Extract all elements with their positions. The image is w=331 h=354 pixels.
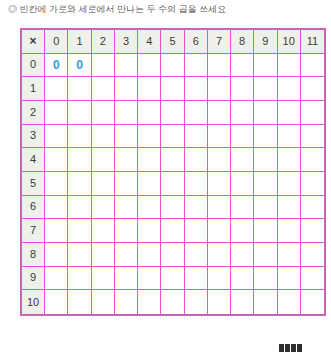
cell-r10-c0[interactable] xyxy=(45,290,68,314)
cell-r6-c10[interactable] xyxy=(278,196,301,220)
col-header-0: 0 xyxy=(45,30,68,54)
cell-r3-c11[interactable] xyxy=(301,125,324,149)
cell-r6-c3[interactable] xyxy=(115,196,138,220)
cell-r3-c8[interactable] xyxy=(231,125,254,149)
cell-r2-c4[interactable] xyxy=(138,101,161,125)
cell-r4-c5[interactable] xyxy=(161,148,184,172)
cell-r9-c11[interactable] xyxy=(301,267,324,291)
cell-r5-c2[interactable] xyxy=(92,172,115,196)
cell-r2-c9[interactable] xyxy=(254,101,277,125)
worksheet-page: ◎ 빈칸에 가로와 세로에서 만나는 두 수의 곱을 쓰세요 ×01234567… xyxy=(0,0,331,354)
cell-r10-c2[interactable] xyxy=(92,290,115,314)
cell-r7-c2[interactable] xyxy=(92,219,115,243)
cell-r0-c5[interactable] xyxy=(161,54,184,78)
cell-r6-c2[interactable] xyxy=(92,196,115,220)
row-header-3: 3 xyxy=(22,125,45,149)
col-header-10: 10 xyxy=(278,30,301,54)
cell-r4-c2[interactable] xyxy=(92,148,115,172)
cell-r0-c1[interactable]: 0 xyxy=(68,54,91,78)
cell-r1-c3[interactable] xyxy=(115,77,138,101)
cell-r8-c6[interactable] xyxy=(185,243,208,267)
col-header-4: 4 xyxy=(138,30,161,54)
cell-r10-c4[interactable] xyxy=(138,290,161,314)
cell-r1-c2[interactable] xyxy=(92,77,115,101)
cell-r1-c9[interactable] xyxy=(254,77,277,101)
cell-r5-c9[interactable] xyxy=(254,172,277,196)
cell-r3-c5[interactable] xyxy=(161,125,184,149)
cell-r4-c11[interactable] xyxy=(301,148,324,172)
cell-r4-c8[interactable] xyxy=(231,148,254,172)
watermark-block xyxy=(285,344,290,352)
cell-r9-c5[interactable] xyxy=(161,267,184,291)
cell-r8-c8[interactable] xyxy=(231,243,254,267)
cell-r1-c11[interactable] xyxy=(301,77,324,101)
cell-r10-c10[interactable] xyxy=(278,290,301,314)
cell-r0-c3[interactable] xyxy=(115,54,138,78)
cell-r1-c7[interactable] xyxy=(208,77,231,101)
cell-r7-c11[interactable] xyxy=(301,219,324,243)
cell-r4-c9[interactable] xyxy=(254,148,277,172)
cell-r1-c10[interactable] xyxy=(278,77,301,101)
cell-r10-c8[interactable] xyxy=(231,290,254,314)
cell-r6-c5[interactable] xyxy=(161,196,184,220)
cell-r7-c6[interactable] xyxy=(185,219,208,243)
col-header-5: 5 xyxy=(161,30,184,54)
cell-r2-c3[interactable] xyxy=(115,101,138,125)
cell-r3-c10[interactable] xyxy=(278,125,301,149)
cell-r3-c1[interactable] xyxy=(68,125,91,149)
cell-r4-c3[interactable] xyxy=(115,148,138,172)
row-header-10: 10 xyxy=(22,290,45,314)
cell-r0-c11[interactable] xyxy=(301,54,324,78)
cell-r8-c3[interactable] xyxy=(115,243,138,267)
cell-r3-c6[interactable] xyxy=(185,125,208,149)
watermark-logo xyxy=(279,344,302,352)
cell-r3-c9[interactable] xyxy=(254,125,277,149)
cell-r2-c5[interactable] xyxy=(161,101,184,125)
col-header-9: 9 xyxy=(254,30,277,54)
cell-r2-c11[interactable] xyxy=(301,101,324,125)
cell-r6-c8[interactable] xyxy=(231,196,254,220)
multiplication-board: ×0123456789101100012345678910 xyxy=(20,28,326,316)
cell-r10-c3[interactable] xyxy=(115,290,138,314)
cell-r3-c0[interactable] xyxy=(45,125,68,149)
cell-r5-c0[interactable] xyxy=(45,172,68,196)
cell-r1-c5[interactable] xyxy=(161,77,184,101)
cell-r6-c0[interactable] xyxy=(45,196,68,220)
cell-r0-c0[interactable]: 0 xyxy=(45,54,68,78)
watermark-block xyxy=(291,344,296,352)
cell-r0-c10[interactable] xyxy=(278,54,301,78)
cell-r7-c1[interactable] xyxy=(68,219,91,243)
cell-r3-c4[interactable] xyxy=(138,125,161,149)
cell-r6-c7[interactable] xyxy=(208,196,231,220)
cell-r9-c8[interactable] xyxy=(231,267,254,291)
cell-r0-c2[interactable] xyxy=(92,54,115,78)
cell-r5-c6[interactable] xyxy=(185,172,208,196)
cell-r9-c9[interactable] xyxy=(254,267,277,291)
cell-r3-c7[interactable] xyxy=(208,125,231,149)
cell-r2-c0[interactable] xyxy=(45,101,68,125)
row-header-2: 2 xyxy=(22,101,45,125)
cell-r7-c4[interactable] xyxy=(138,219,161,243)
worksheet-title: ◎ 빈칸에 가로와 세로에서 만나는 두 수의 곱을 쓰세요 xyxy=(8,3,226,16)
cell-r8-c2[interactable] xyxy=(92,243,115,267)
col-header-7: 7 xyxy=(208,30,231,54)
cell-r6-c9[interactable] xyxy=(254,196,277,220)
cell-r10-c7[interactable] xyxy=(208,290,231,314)
cell-r9-c3[interactable] xyxy=(115,267,138,291)
row-header-4: 4 xyxy=(22,148,45,172)
row-header-8: 8 xyxy=(22,243,45,267)
cell-r0-c4[interactable] xyxy=(138,54,161,78)
row-header-9: 9 xyxy=(22,267,45,291)
cell-r8-c9[interactable] xyxy=(254,243,277,267)
row-header-7: 7 xyxy=(22,219,45,243)
cell-r1-c1[interactable] xyxy=(68,77,91,101)
watermark-block xyxy=(297,344,302,352)
cell-r4-c6[interactable] xyxy=(185,148,208,172)
cell-r5-c7[interactable] xyxy=(208,172,231,196)
row-header-1: 1 xyxy=(22,77,45,101)
cell-r5-c4[interactable] xyxy=(138,172,161,196)
cell-r9-c0[interactable] xyxy=(45,267,68,291)
cell-r5-c8[interactable] xyxy=(231,172,254,196)
row-header-0: 0 xyxy=(22,54,45,78)
cell-r9-c2[interactable] xyxy=(92,267,115,291)
cell-r3-c2[interactable] xyxy=(92,125,115,149)
col-header-6: 6 xyxy=(185,30,208,54)
cell-r0-c7[interactable] xyxy=(208,54,231,78)
cell-r10-c6[interactable] xyxy=(185,290,208,314)
col-header-11: 11 xyxy=(301,30,324,54)
cell-r5-c5[interactable] xyxy=(161,172,184,196)
cell-r10-c11[interactable] xyxy=(301,290,324,314)
cell-r7-c8[interactable] xyxy=(231,219,254,243)
cell-r7-c3[interactable] xyxy=(115,219,138,243)
cell-r1-c6[interactable] xyxy=(185,77,208,101)
cell-r2-c1[interactable] xyxy=(68,101,91,125)
cell-r1-c0[interactable] xyxy=(45,77,68,101)
cell-r10-c9[interactable] xyxy=(254,290,277,314)
cell-r0-c8[interactable] xyxy=(231,54,254,78)
col-header-8: 8 xyxy=(231,30,254,54)
cell-r0-c9[interactable] xyxy=(254,54,277,78)
cell-r10-c1[interactable] xyxy=(68,290,91,314)
cell-r1-c4[interactable] xyxy=(138,77,161,101)
cell-r3-c3[interactable] xyxy=(115,125,138,149)
cell-r6-c6[interactable] xyxy=(185,196,208,220)
cell-r5-c11[interactable] xyxy=(301,172,324,196)
cell-r7-c7[interactable] xyxy=(208,219,231,243)
cell-r2-c6[interactable] xyxy=(185,101,208,125)
cell-r9-c10[interactable] xyxy=(278,267,301,291)
watermark-block xyxy=(279,344,284,352)
cell-r9-c4[interactable] xyxy=(138,267,161,291)
cell-r2-c10[interactable] xyxy=(278,101,301,125)
cell-r8-c1[interactable] xyxy=(68,243,91,267)
cell-r10-c5[interactable] xyxy=(161,290,184,314)
cell-r1-c8[interactable] xyxy=(231,77,254,101)
cell-r2-c8[interactable] xyxy=(231,101,254,125)
cell-r7-c9[interactable] xyxy=(254,219,277,243)
cell-r6-c11[interactable] xyxy=(301,196,324,220)
cell-r7-c10[interactable] xyxy=(278,219,301,243)
cell-r8-c11[interactable] xyxy=(301,243,324,267)
cell-r7-c0[interactable] xyxy=(45,219,68,243)
cell-r4-c4[interactable] xyxy=(138,148,161,172)
cell-r4-c7[interactable] xyxy=(208,148,231,172)
cell-r9-c7[interactable] xyxy=(208,267,231,291)
col-header-2: 2 xyxy=(92,30,115,54)
cell-r0-c6[interactable] xyxy=(185,54,208,78)
col-header-3: 3 xyxy=(115,30,138,54)
cell-r7-c5[interactable] xyxy=(161,219,184,243)
cell-r8-c10[interactable] xyxy=(278,243,301,267)
row-header-6: 6 xyxy=(22,196,45,220)
cell-r2-c7[interactable] xyxy=(208,101,231,125)
cell-r8-c5[interactable] xyxy=(161,243,184,267)
operator-cell: × xyxy=(22,30,45,54)
cell-r5-c1[interactable] xyxy=(68,172,91,196)
cell-r5-c10[interactable] xyxy=(278,172,301,196)
cell-r8-c7[interactable] xyxy=(208,243,231,267)
cell-r2-c2[interactable] xyxy=(92,101,115,125)
row-header-5: 5 xyxy=(22,172,45,196)
col-header-1: 1 xyxy=(68,30,91,54)
cell-r8-c0[interactable] xyxy=(45,243,68,267)
cell-r9-c6[interactable] xyxy=(185,267,208,291)
cell-r6-c4[interactable] xyxy=(138,196,161,220)
cell-r5-c3[interactable] xyxy=(115,172,138,196)
cell-r8-c4[interactable] xyxy=(138,243,161,267)
cell-r6-c1[interactable] xyxy=(68,196,91,220)
cell-r4-c0[interactable] xyxy=(45,148,68,172)
cell-r9-c1[interactable] xyxy=(68,267,91,291)
cell-r4-c1[interactable] xyxy=(68,148,91,172)
cell-r4-c10[interactable] xyxy=(278,148,301,172)
